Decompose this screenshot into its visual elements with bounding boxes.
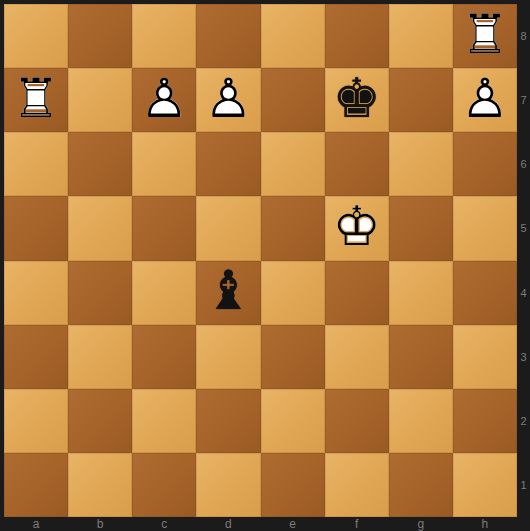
white-piece-outline: ♙ bbox=[453, 68, 517, 132]
square-g3[interactable] bbox=[389, 325, 453, 389]
square-d3[interactable] bbox=[196, 325, 260, 389]
square-f4[interactable] bbox=[325, 261, 389, 325]
piece-wK-f5[interactable]: ♚♔ bbox=[325, 196, 389, 260]
square-d5[interactable] bbox=[196, 196, 260, 260]
white-piece-outline: ♖ bbox=[453, 4, 517, 68]
square-e4[interactable] bbox=[261, 261, 325, 325]
square-a4[interactable] bbox=[4, 261, 68, 325]
square-f8[interactable] bbox=[325, 4, 389, 68]
rank-label-8: 8 bbox=[517, 4, 530, 68]
square-g1[interactable] bbox=[389, 453, 453, 517]
square-c8[interactable] bbox=[132, 4, 196, 68]
piece-bK-f7[interactable]: ♚ bbox=[325, 68, 389, 132]
square-b7[interactable] bbox=[68, 68, 132, 132]
square-c7[interactable]: ♟♙ bbox=[132, 68, 196, 132]
square-d7[interactable]: ♟♙ bbox=[196, 68, 260, 132]
black-piece-fill: ♚ bbox=[325, 68, 389, 132]
chess-board: ♜♖♜♖♟♙♟♙♚♟♙♚♔♝ bbox=[4, 4, 517, 517]
square-a6[interactable] bbox=[4, 132, 68, 196]
square-f2[interactable] bbox=[325, 389, 389, 453]
white-piece-outline: ♙ bbox=[196, 68, 260, 132]
rank-label-3: 3 bbox=[517, 325, 530, 389]
square-d1[interactable] bbox=[196, 453, 260, 517]
square-e8[interactable] bbox=[261, 4, 325, 68]
rank-label-5: 5 bbox=[517, 196, 530, 260]
square-c3[interactable] bbox=[132, 325, 196, 389]
file-label-e: e bbox=[261, 517, 325, 531]
square-g6[interactable] bbox=[389, 132, 453, 196]
piece-wR-a7[interactable]: ♜♖ bbox=[4, 68, 68, 132]
piece-wP-c7[interactable]: ♟♙ bbox=[132, 68, 196, 132]
square-f5[interactable]: ♚♔ bbox=[325, 196, 389, 260]
square-h8[interactable]: ♜♖ bbox=[453, 4, 517, 68]
file-coordinates: abcdefgh bbox=[4, 517, 517, 531]
square-h5[interactable] bbox=[453, 196, 517, 260]
white-piece-outline: ♖ bbox=[4, 68, 68, 132]
square-b2[interactable] bbox=[68, 389, 132, 453]
rank-label-6: 6 bbox=[517, 132, 530, 196]
square-b8[interactable] bbox=[68, 4, 132, 68]
white-piece-outline: ♔ bbox=[325, 196, 389, 260]
square-h3[interactable] bbox=[453, 325, 517, 389]
square-e2[interactable] bbox=[261, 389, 325, 453]
square-d8[interactable] bbox=[196, 4, 260, 68]
square-d6[interactable] bbox=[196, 132, 260, 196]
square-d2[interactable] bbox=[196, 389, 260, 453]
square-g4[interactable] bbox=[389, 261, 453, 325]
rank-label-4: 4 bbox=[517, 261, 530, 325]
square-b5[interactable] bbox=[68, 196, 132, 260]
square-g5[interactable] bbox=[389, 196, 453, 260]
square-a8[interactable] bbox=[4, 4, 68, 68]
square-f1[interactable] bbox=[325, 453, 389, 517]
square-c6[interactable] bbox=[132, 132, 196, 196]
square-e5[interactable] bbox=[261, 196, 325, 260]
square-a3[interactable] bbox=[4, 325, 68, 389]
square-f7[interactable]: ♚ bbox=[325, 68, 389, 132]
square-b3[interactable] bbox=[68, 325, 132, 389]
square-g7[interactable] bbox=[389, 68, 453, 132]
piece-wP-h7[interactable]: ♟♙ bbox=[453, 68, 517, 132]
square-h6[interactable] bbox=[453, 132, 517, 196]
square-e6[interactable] bbox=[261, 132, 325, 196]
file-label-f: f bbox=[325, 517, 389, 531]
piece-bB-d4[interactable]: ♝ bbox=[196, 261, 260, 325]
square-h4[interactable] bbox=[453, 261, 517, 325]
black-piece-fill: ♝ bbox=[196, 261, 260, 325]
file-label-d: d bbox=[196, 517, 260, 531]
square-f3[interactable] bbox=[325, 325, 389, 389]
square-g2[interactable] bbox=[389, 389, 453, 453]
square-h2[interactable] bbox=[453, 389, 517, 453]
square-c1[interactable] bbox=[132, 453, 196, 517]
file-label-c: c bbox=[132, 517, 196, 531]
square-g8[interactable] bbox=[389, 4, 453, 68]
rank-label-1: 1 bbox=[517, 453, 530, 517]
square-d4[interactable]: ♝ bbox=[196, 261, 260, 325]
piece-wP-d7[interactable]: ♟♙ bbox=[196, 68, 260, 132]
square-c2[interactable] bbox=[132, 389, 196, 453]
rank-label-7: 7 bbox=[517, 68, 530, 132]
square-e1[interactable] bbox=[261, 453, 325, 517]
square-a2[interactable] bbox=[4, 389, 68, 453]
square-h7[interactable]: ♟♙ bbox=[453, 68, 517, 132]
file-label-g: g bbox=[389, 517, 453, 531]
file-label-h: h bbox=[453, 517, 517, 531]
square-a1[interactable] bbox=[4, 453, 68, 517]
piece-wR-h8[interactable]: ♜♖ bbox=[453, 4, 517, 68]
square-e3[interactable] bbox=[261, 325, 325, 389]
square-f6[interactable] bbox=[325, 132, 389, 196]
square-h1[interactable] bbox=[453, 453, 517, 517]
square-c4[interactable] bbox=[132, 261, 196, 325]
rank-coordinates: 87654321 bbox=[517, 4, 530, 517]
square-b4[interactable] bbox=[68, 261, 132, 325]
chess-app-window: ♜♖♜♖♟♙♟♙♚♟♙♚♔♝ 87654321 abcdefgh bbox=[0, 0, 530, 531]
square-b1[interactable] bbox=[68, 453, 132, 517]
file-label-a: a bbox=[4, 517, 68, 531]
square-a5[interactable] bbox=[4, 196, 68, 260]
square-a7[interactable]: ♜♖ bbox=[4, 68, 68, 132]
square-e7[interactable] bbox=[261, 68, 325, 132]
rank-label-2: 2 bbox=[517, 389, 530, 453]
square-b6[interactable] bbox=[68, 132, 132, 196]
square-c5[interactable] bbox=[132, 196, 196, 260]
white-piece-outline: ♙ bbox=[132, 68, 196, 132]
file-label-b: b bbox=[68, 517, 132, 531]
